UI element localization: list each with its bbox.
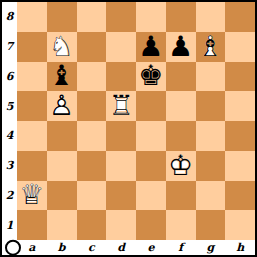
white-rook-outline: ♖ — [106, 91, 136, 121]
square-a3[interactable] — [17, 151, 47, 181]
square-b7[interactable]: ♞♘ — [47, 32, 77, 62]
white-king-fill: ♚ — [166, 151, 196, 181]
square-f5[interactable] — [166, 91, 196, 121]
square-a4[interactable] — [17, 121, 47, 151]
square-e4[interactable] — [136, 121, 166, 151]
black-bishop-glyph: ♝ — [47, 62, 77, 92]
white-pawn: ♟♙ — [47, 91, 77, 121]
file-label-d: d — [106, 240, 136, 255]
square-c1[interactable] — [77, 210, 107, 240]
black-king-glyph: ♚ — [136, 62, 166, 92]
black-pawn-glyph: ♟ — [166, 32, 196, 62]
white-queen-outline: ♕ — [17, 181, 47, 211]
square-d6[interactable] — [106, 62, 136, 92]
chess-board: ♞♘♟♟♝♗♝♚♟♙♜♖♚♔♛♕ — [17, 2, 255, 240]
square-f2[interactable] — [166, 181, 196, 211]
square-b2[interactable] — [47, 181, 77, 211]
square-e7[interactable]: ♟ — [136, 32, 166, 62]
square-g5[interactable] — [196, 91, 226, 121]
square-c2[interactable] — [77, 181, 107, 211]
rank-label-1: 1 — [2, 210, 17, 240]
file-label-f: f — [166, 240, 196, 255]
corner-cell — [2, 240, 17, 255]
square-d4[interactable] — [106, 121, 136, 151]
square-e6[interactable]: ♚ — [136, 62, 166, 92]
square-b6[interactable]: ♝ — [47, 62, 77, 92]
file-label-a: a — [17, 240, 47, 255]
black-pawn: ♟ — [166, 32, 196, 62]
square-g1[interactable] — [196, 210, 226, 240]
white-rook: ♜♖ — [106, 91, 136, 121]
file-label-e: e — [136, 240, 166, 255]
square-d2[interactable] — [106, 181, 136, 211]
square-a8[interactable] — [17, 2, 47, 32]
rank-labels-column: 87654321 — [2, 2, 17, 240]
white-king: ♚♔ — [166, 151, 196, 181]
square-e1[interactable] — [136, 210, 166, 240]
file-label-b: b — [47, 240, 77, 255]
square-d8[interactable] — [106, 2, 136, 32]
white-knight: ♞♘ — [47, 32, 77, 62]
square-h8[interactable] — [225, 2, 255, 32]
square-c8[interactable] — [77, 2, 107, 32]
white-bishop-outline: ♗ — [196, 32, 226, 62]
rank-label-4: 4 — [2, 121, 17, 151]
square-g8[interactable] — [196, 2, 226, 32]
square-f1[interactable] — [166, 210, 196, 240]
square-h5[interactable] — [225, 91, 255, 121]
white-knight-fill: ♞ — [47, 32, 77, 62]
square-c3[interactable] — [77, 151, 107, 181]
square-h1[interactable] — [225, 210, 255, 240]
square-f3[interactable]: ♚♔ — [166, 151, 196, 181]
square-h2[interactable] — [225, 181, 255, 211]
square-e2[interactable] — [136, 181, 166, 211]
file-label-c: c — [77, 240, 107, 255]
square-a1[interactable] — [17, 210, 47, 240]
chess-diagram: 87654321 ♞♘♟♟♝♗♝♚♟♙♜♖♚♔♛♕ abcdefgh — [0, 0, 257, 257]
square-b8[interactable] — [47, 2, 77, 32]
square-e8[interactable] — [136, 2, 166, 32]
white-pawn-fill: ♟ — [47, 91, 77, 121]
square-b3[interactable] — [47, 151, 77, 181]
bottom-coordinate-bar: abcdefgh — [2, 240, 255, 255]
square-h3[interactable] — [225, 151, 255, 181]
white-rook-fill: ♜ — [106, 91, 136, 121]
square-f6[interactable] — [166, 62, 196, 92]
square-a2[interactable]: ♛♕ — [17, 181, 47, 211]
square-a6[interactable] — [17, 62, 47, 92]
rank-label-6: 6 — [2, 62, 17, 92]
square-f8[interactable] — [166, 2, 196, 32]
square-h7[interactable] — [225, 32, 255, 62]
rank-label-5: 5 — [2, 91, 17, 121]
square-f4[interactable] — [166, 121, 196, 151]
square-a7[interactable] — [17, 32, 47, 62]
file-label-g: g — [196, 240, 226, 255]
white-king-outline: ♔ — [166, 151, 196, 181]
square-b4[interactable] — [47, 121, 77, 151]
square-h4[interactable] — [225, 121, 255, 151]
file-label-h: h — [225, 240, 255, 255]
white-pawn-outline: ♙ — [47, 91, 77, 121]
square-g4[interactable] — [196, 121, 226, 151]
square-g2[interactable] — [196, 181, 226, 211]
black-king: ♚ — [136, 62, 166, 92]
rank-label-3: 3 — [2, 151, 17, 181]
black-pawn-glyph: ♟ — [136, 32, 166, 62]
rank-label-8: 8 — [2, 2, 17, 32]
square-d1[interactable] — [106, 210, 136, 240]
square-d3[interactable] — [106, 151, 136, 181]
rank-label-2: 2 — [2, 181, 17, 211]
square-d5[interactable]: ♜♖ — [106, 91, 136, 121]
square-d7[interactable] — [106, 32, 136, 62]
white-queen-fill: ♛ — [17, 181, 47, 211]
black-bishop: ♝ — [47, 62, 77, 92]
square-g7[interactable]: ♝♗ — [196, 32, 226, 62]
square-c6[interactable] — [77, 62, 107, 92]
square-h6[interactable] — [225, 62, 255, 92]
square-e3[interactable] — [136, 151, 166, 181]
white-bishop: ♝♗ — [196, 32, 226, 62]
square-a5[interactable] — [17, 91, 47, 121]
square-c7[interactable] — [77, 32, 107, 62]
rank-label-7: 7 — [2, 32, 17, 62]
square-c4[interactable] — [77, 121, 107, 151]
square-g6[interactable] — [196, 62, 226, 92]
black-pawn: ♟ — [136, 32, 166, 62]
square-e5[interactable] — [136, 91, 166, 121]
white-queen: ♛♕ — [17, 181, 47, 211]
square-c5[interactable] — [77, 91, 107, 121]
square-f7[interactable]: ♟ — [166, 32, 196, 62]
white-knight-outline: ♘ — [47, 32, 77, 62]
square-g3[interactable] — [196, 151, 226, 181]
white-to-move-indicator — [5, 239, 21, 255]
white-bishop-fill: ♝ — [196, 32, 226, 62]
square-b5[interactable]: ♟♙ — [47, 91, 77, 121]
square-b1[interactable] — [47, 210, 77, 240]
